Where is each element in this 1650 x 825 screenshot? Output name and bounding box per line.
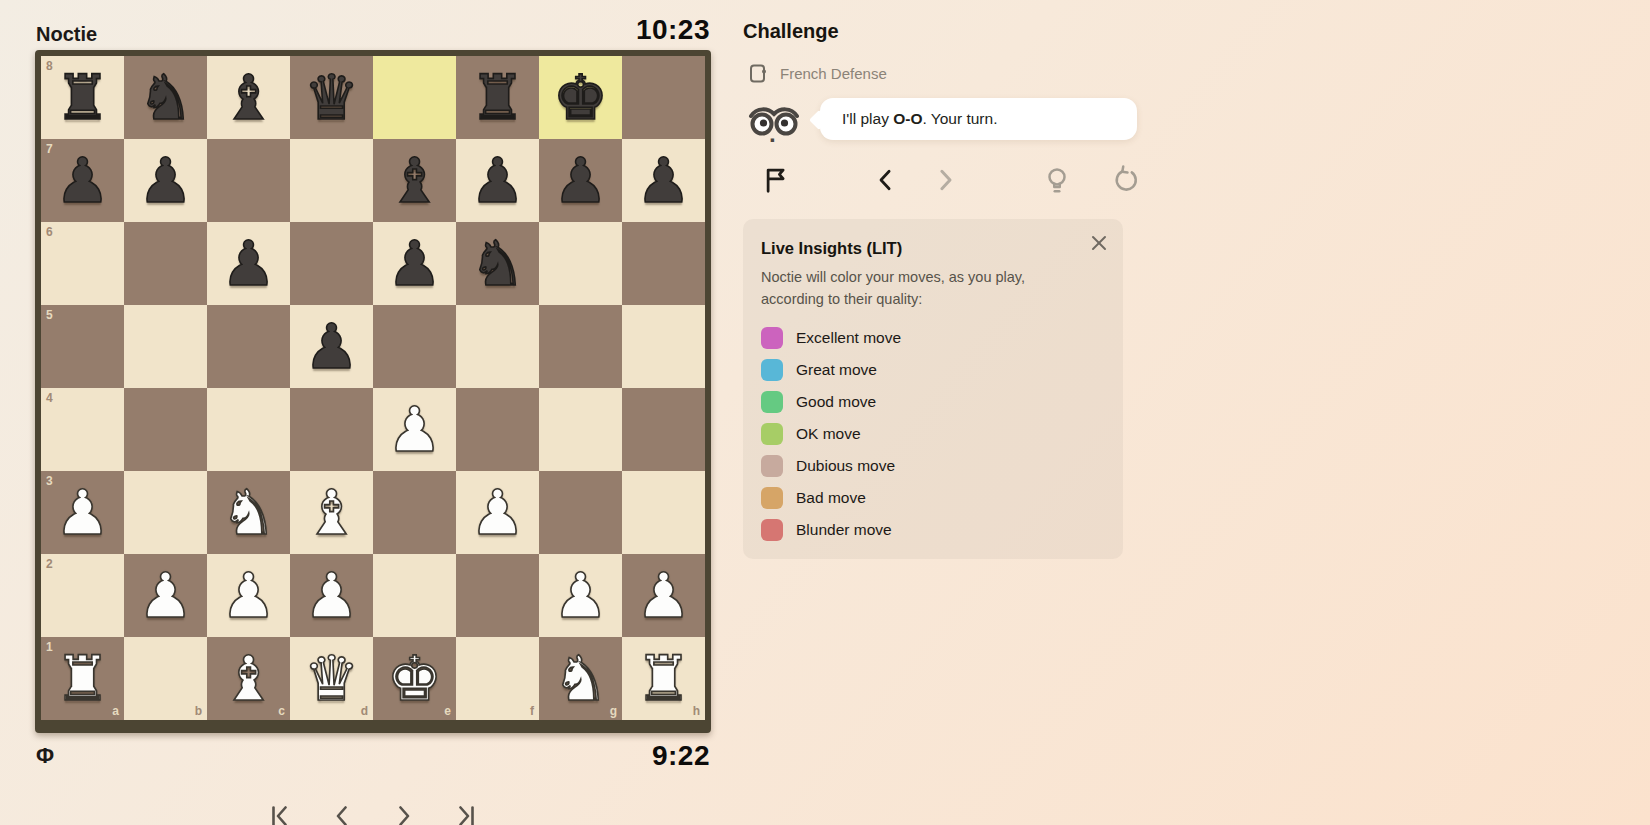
legend-row-0: Excellent move [761, 326, 1103, 349]
white-pawn[interactable]: ♟ [456, 471, 539, 554]
square-g5[interactable] [539, 305, 622, 388]
square-a7[interactable]: 7♟ [41, 139, 124, 222]
nav-first-button[interactable] [267, 803, 293, 825]
resign-button[interactable] [760, 165, 790, 195]
chevron-right-icon [391, 803, 417, 825]
board-column: Noctie 10:23 8♜♞♝♛♜♚7♟♟♝♟♟♟6♟♟♞5♟4♟3♟♞♝♟… [35, 12, 711, 825]
legend-row-4: Dubious move [761, 454, 1103, 477]
white-pawn[interactable]: ♟ [539, 554, 622, 637]
square-d3[interactable]: ♝ [290, 471, 373, 554]
opening-row: French Defense [749, 64, 1145, 83]
quality-label: Great move [796, 361, 877, 379]
square-g7[interactable]: ♟ [539, 139, 622, 222]
white-rook[interactable]: ♜ [41, 637, 124, 720]
back-button[interactable] [871, 165, 901, 195]
move-quality-legend: Excellent moveGreat moveGood moveOK move… [761, 326, 1103, 541]
square-h3[interactable] [622, 471, 705, 554]
square-d4[interactable] [290, 388, 373, 471]
quality-swatch [761, 487, 783, 509]
square-d2[interactable]: ♟ [290, 554, 373, 637]
square-b7[interactable]: ♟ [124, 139, 207, 222]
black-pawn[interactable]: ♟ [539, 139, 622, 222]
quality-swatch [761, 423, 783, 445]
square-a6[interactable]: 6 [41, 222, 124, 305]
rank-label-5: 5 [46, 308, 53, 322]
white-rook[interactable]: ♜ [622, 637, 705, 720]
square-a8[interactable]: 8♜ [41, 56, 124, 139]
quality-label: OK move [796, 425, 861, 443]
square-f4[interactable] [456, 388, 539, 471]
skip-first-icon [267, 803, 293, 825]
opponent-name: Noctie [36, 23, 97, 46]
square-h6[interactable] [622, 222, 705, 305]
square-h7[interactable]: ♟ [622, 139, 705, 222]
black-king[interactable]: ♚ [539, 56, 622, 139]
user-name: Φ [36, 743, 54, 769]
square-b8[interactable]: ♞ [124, 56, 207, 139]
insights-title: Live Insights (LIT) [761, 239, 1103, 258]
opening-name: French Defense [780, 65, 887, 82]
square-h4[interactable] [622, 388, 705, 471]
lightbulb-icon [1042, 165, 1072, 195]
legend-row-2: Good move [761, 390, 1103, 413]
legend-row-5: Bad move [761, 486, 1103, 509]
quality-label: Blunder move [796, 521, 892, 539]
coach-message-row: , I'll play O-O. Your turn. [743, 96, 1145, 142]
square-a5[interactable]: 5 [41, 305, 124, 388]
restart-button[interactable] [1111, 165, 1141, 195]
close-insights-button[interactable] [1088, 232, 1110, 254]
legend-row-1: Great move [761, 358, 1103, 381]
nav-next-button[interactable] [391, 803, 417, 825]
quality-swatch [761, 359, 783, 381]
square-g2[interactable]: ♟ [539, 554, 622, 637]
black-bishop[interactable]: ♝ [207, 56, 290, 139]
black-knight[interactable]: ♞ [456, 222, 539, 305]
live-insights-panel: Live Insights (LIT) Noctie will color yo… [743, 219, 1123, 559]
player-bar-top: Noctie 10:23 [35, 12, 711, 46]
black-pawn[interactable]: ♟ [207, 222, 290, 305]
square-g8[interactable]: ♚ [539, 56, 622, 139]
quality-swatch [761, 455, 783, 477]
rank-label-2: 2 [46, 557, 53, 571]
square-h1[interactable]: h♜ [622, 637, 705, 720]
square-f2[interactable] [456, 554, 539, 637]
quality-swatch [761, 327, 783, 349]
black-rook[interactable]: ♜ [41, 56, 124, 139]
nav-prev-button[interactable] [329, 803, 355, 825]
quality-label: Dubious move [796, 457, 895, 475]
square-e6[interactable]: ♟ [373, 222, 456, 305]
square-g6[interactable] [539, 222, 622, 305]
square-c1[interactable]: c♝ [207, 637, 290, 720]
square-b5[interactable] [124, 305, 207, 388]
black-rook[interactable]: ♜ [456, 56, 539, 139]
owl-icon: , [748, 96, 802, 142]
skip-last-icon [453, 803, 479, 825]
coach-speech-bubble: I'll play O-O. Your turn. [820, 98, 1137, 140]
square-g4[interactable] [539, 388, 622, 471]
forward-button[interactable] [930, 165, 960, 195]
square-b4[interactable] [124, 388, 207, 471]
journal-icon [749, 64, 768, 83]
chess-board[interactable]: 8♜♞♝♛♜♚7♟♟♝♟♟♟6♟♟♞5♟4♟3♟♞♝♟2♟♟♟♟♟1a♜bc♝d… [41, 56, 705, 720]
white-pawn[interactable]: ♟ [207, 554, 290, 637]
legend-row-3: OK move [761, 422, 1103, 445]
square-b6[interactable] [124, 222, 207, 305]
file-label-f: f [530, 704, 534, 718]
black-pawn[interactable]: ♟ [456, 139, 539, 222]
square-e5[interactable] [373, 305, 456, 388]
rank-label-6: 6 [46, 225, 53, 239]
square-d6[interactable] [290, 222, 373, 305]
square-h5[interactable] [622, 305, 705, 388]
square-c5[interactable] [207, 305, 290, 388]
white-bishop[interactable]: ♝ [207, 637, 290, 720]
white-pawn[interactable]: ♟ [622, 554, 705, 637]
flag-icon [760, 165, 790, 195]
player-bar-bottom: Φ 9:22 [35, 737, 711, 775]
file-label-b: b [195, 704, 202, 718]
square-e3[interactable] [373, 471, 456, 554]
white-bishop[interactable]: ♝ [290, 471, 373, 554]
square-c3[interactable]: ♞ [207, 471, 290, 554]
square-f8[interactable]: ♜ [456, 56, 539, 139]
square-g1[interactable]: g♞ [539, 637, 622, 720]
black-pawn[interactable]: ♟ [622, 139, 705, 222]
square-a1[interactable]: 1a♜ [41, 637, 124, 720]
square-e1[interactable]: e♚ [373, 637, 456, 720]
square-a4[interactable]: 4 [41, 388, 124, 471]
white-queen[interactable]: ♛ [290, 637, 373, 720]
square-b3[interactable] [124, 471, 207, 554]
black-pawn[interactable]: ♟ [41, 139, 124, 222]
white-king[interactable]: ♚ [373, 637, 456, 720]
white-knight[interactable]: ♞ [207, 471, 290, 554]
square-c2[interactable]: ♟ [207, 554, 290, 637]
black-pawn[interactable]: ♟ [124, 139, 207, 222]
game-controls [743, 165, 1145, 199]
square-c8[interactable]: ♝ [207, 56, 290, 139]
square-e8[interactable] [373, 56, 456, 139]
square-e2[interactable] [373, 554, 456, 637]
square-d5[interactable]: ♟ [290, 305, 373, 388]
user-clock: 9:22 [652, 740, 710, 772]
square-f7[interactable]: ♟ [456, 139, 539, 222]
quality-swatch [761, 519, 783, 541]
square-a2[interactable]: 2 [41, 554, 124, 637]
square-d7[interactable] [290, 139, 373, 222]
chevron-right-icon [930, 165, 960, 195]
app: Noctie 10:23 8♜♞♝♛♜♚7♟♟♝♟♟♟6♟♟♞5♟4♟3♟♞♝♟… [0, 0, 1650, 825]
rotate-ccw-icon [1111, 165, 1141, 195]
square-f6[interactable]: ♞ [456, 222, 539, 305]
square-c7[interactable] [207, 139, 290, 222]
square-e4[interactable]: ♟ [373, 388, 456, 471]
square-f5[interactable] [456, 305, 539, 388]
black-pawn[interactable]: ♟ [373, 222, 456, 305]
square-d8[interactable]: ♛ [290, 56, 373, 139]
nav-last-button[interactable] [453, 803, 479, 825]
quality-swatch [761, 391, 783, 413]
square-d1[interactable]: d♛ [290, 637, 373, 720]
quality-label: Bad move [796, 489, 866, 507]
white-knight[interactable]: ♞ [539, 637, 622, 720]
board-frame: 8♜♞♝♛♜♚7♟♟♝♟♟♟6♟♟♞5♟4♟3♟♞♝♟2♟♟♟♟♟1a♜bc♝d… [35, 50, 711, 733]
chevron-left-icon [329, 803, 355, 825]
svg-text:,: , [769, 120, 776, 142]
white-pawn[interactable]: ♟ [290, 554, 373, 637]
quality-label: Excellent move [796, 329, 901, 347]
chevron-left-icon [871, 165, 901, 195]
white-pawn[interactable]: ♟ [373, 388, 456, 471]
hint-button[interactable] [1042, 165, 1072, 195]
black-bishop[interactable]: ♝ [373, 139, 456, 222]
opponent-clock: 10:23 [636, 14, 710, 46]
quality-label: Good move [796, 393, 876, 411]
legend-row-6: Blunder move [761, 518, 1103, 541]
black-knight[interactable]: ♞ [124, 56, 207, 139]
square-f1[interactable]: f [456, 637, 539, 720]
white-pawn[interactable]: ♟ [124, 554, 207, 637]
insights-subtitle: Noctie will color your moves, as you pla… [761, 266, 1103, 310]
square-f3[interactable]: ♟ [456, 471, 539, 554]
square-b1[interactable]: b [124, 637, 207, 720]
square-h2[interactable]: ♟ [622, 554, 705, 637]
black-pawn[interactable]: ♟ [290, 305, 373, 388]
side-panel: Challenge French Defense , I'll play O-O… [743, 20, 1145, 559]
black-queen[interactable]: ♛ [290, 56, 373, 139]
square-c6[interactable]: ♟ [207, 222, 290, 305]
square-e7[interactable]: ♝ [373, 139, 456, 222]
close-icon [1088, 232, 1110, 254]
square-b2[interactable]: ♟ [124, 554, 207, 637]
coach-message: I'll play O-O. Your turn. [842, 110, 997, 128]
square-a3[interactable]: 3♟ [41, 471, 124, 554]
square-g3[interactable] [539, 471, 622, 554]
rank-label-4: 4 [46, 391, 53, 405]
square-h8[interactable] [622, 56, 705, 139]
square-c4[interactable] [207, 388, 290, 471]
move-navigation [35, 803, 711, 825]
white-pawn[interactable]: ♟ [41, 471, 124, 554]
page-title: Challenge [743, 20, 1145, 43]
